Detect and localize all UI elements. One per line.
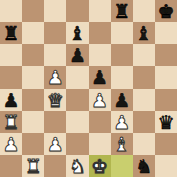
- square-d4[interactable]: [66, 89, 88, 111]
- square-f5[interactable]: [111, 66, 133, 88]
- square-f2[interactable]: ♝: [111, 133, 133, 155]
- square-h5[interactable]: [155, 66, 177, 88]
- square-d6[interactable]: ♟: [66, 44, 88, 66]
- square-d7[interactable]: ♝: [66, 22, 88, 44]
- square-h1[interactable]: [155, 155, 177, 177]
- square-a3[interactable]: ♜: [0, 111, 22, 133]
- chess-board: ♜♚♜♝♝♟♟♟♟♛♟♟♜♟♛♟♟♝♜♞♚♞: [0, 0, 177, 177]
- square-e8[interactable]: [89, 0, 111, 22]
- square-g6[interactable]: [133, 44, 155, 66]
- square-b5[interactable]: [22, 66, 44, 88]
- black-knight[interactable]: ♞: [135, 155, 152, 177]
- square-d2[interactable]: [66, 133, 88, 155]
- white-knight[interactable]: ♞: [69, 155, 86, 177]
- square-b3[interactable]: [22, 111, 44, 133]
- square-d3[interactable]: [66, 111, 88, 133]
- square-f1[interactable]: [111, 155, 133, 177]
- square-f6[interactable]: [111, 44, 133, 66]
- square-g4[interactable]: [133, 89, 155, 111]
- square-a1[interactable]: [0, 155, 22, 177]
- square-c2[interactable]: ♟: [44, 133, 66, 155]
- white-rook[interactable]: ♜: [25, 155, 42, 177]
- white-bishop[interactable]: ♝: [113, 133, 130, 155]
- square-h7[interactable]: [155, 22, 177, 44]
- black-pawn[interactable]: ♟: [69, 44, 86, 66]
- square-c6[interactable]: [44, 44, 66, 66]
- square-e1[interactable]: ♚: [89, 155, 111, 177]
- square-e4[interactable]: ♟: [89, 89, 111, 111]
- square-c8[interactable]: [44, 0, 66, 22]
- square-h2[interactable]: [155, 133, 177, 155]
- square-f4[interactable]: ♟: [111, 89, 133, 111]
- white-pawn[interactable]: ♟: [91, 89, 108, 111]
- square-f3[interactable]: ♟: [111, 111, 133, 133]
- square-b4[interactable]: [22, 89, 44, 111]
- black-king[interactable]: ♚: [157, 0, 174, 22]
- square-d1[interactable]: ♞: [66, 155, 88, 177]
- square-a5[interactable]: [0, 66, 22, 88]
- square-g7[interactable]: ♝: [133, 22, 155, 44]
- square-d5[interactable]: [66, 66, 88, 88]
- square-g1[interactable]: ♞: [133, 155, 155, 177]
- white-queen[interactable]: ♛: [47, 89, 64, 111]
- square-c5[interactable]: ♟: [44, 66, 66, 88]
- square-a4[interactable]: ♟: [0, 89, 22, 111]
- square-c4[interactable]: ♛: [44, 89, 66, 111]
- square-b6[interactable]: [22, 44, 44, 66]
- square-e3[interactable]: [89, 111, 111, 133]
- white-pawn[interactable]: ♟: [3, 133, 20, 155]
- black-rook[interactable]: ♜: [113, 0, 130, 22]
- square-b7[interactable]: [22, 22, 44, 44]
- square-f7[interactable]: [111, 22, 133, 44]
- square-d8[interactable]: [66, 0, 88, 22]
- square-a8[interactable]: [0, 0, 22, 22]
- black-bishop[interactable]: ♝: [135, 22, 152, 44]
- square-g2[interactable]: [133, 133, 155, 155]
- square-a2[interactable]: ♟: [0, 133, 22, 155]
- black-queen[interactable]: ♛: [157, 111, 174, 133]
- black-pawn[interactable]: ♟: [113, 89, 130, 111]
- square-h6[interactable]: [155, 44, 177, 66]
- black-rook[interactable]: ♜: [3, 22, 20, 44]
- square-h3[interactable]: ♛: [155, 111, 177, 133]
- square-g8[interactable]: [133, 0, 155, 22]
- black-pawn[interactable]: ♟: [91, 66, 108, 88]
- square-b1[interactable]: ♜: [22, 155, 44, 177]
- square-h8[interactable]: ♚: [155, 0, 177, 22]
- white-pawn[interactable]: ♟: [47, 66, 64, 88]
- square-e2[interactable]: [89, 133, 111, 155]
- square-c3[interactable]: [44, 111, 66, 133]
- black-bishop[interactable]: ♝: [69, 22, 86, 44]
- square-b2[interactable]: [22, 133, 44, 155]
- square-e6[interactable]: [89, 44, 111, 66]
- square-f8[interactable]: ♜: [111, 0, 133, 22]
- square-h4[interactable]: [155, 89, 177, 111]
- square-c1[interactable]: [44, 155, 66, 177]
- square-g3[interactable]: [133, 111, 155, 133]
- white-rook[interactable]: ♜: [3, 111, 20, 133]
- white-pawn[interactable]: ♟: [47, 133, 64, 155]
- square-a6[interactable]: [0, 44, 22, 66]
- square-c7[interactable]: [44, 22, 66, 44]
- square-b8[interactable]: [22, 0, 44, 22]
- black-pawn[interactable]: ♟: [3, 89, 20, 111]
- square-e7[interactable]: [89, 22, 111, 44]
- white-king[interactable]: ♚: [91, 155, 108, 177]
- square-g5[interactable]: [133, 66, 155, 88]
- square-e5[interactable]: ♟: [89, 66, 111, 88]
- white-pawn[interactable]: ♟: [113, 111, 130, 133]
- square-a7[interactable]: ♜: [0, 22, 22, 44]
